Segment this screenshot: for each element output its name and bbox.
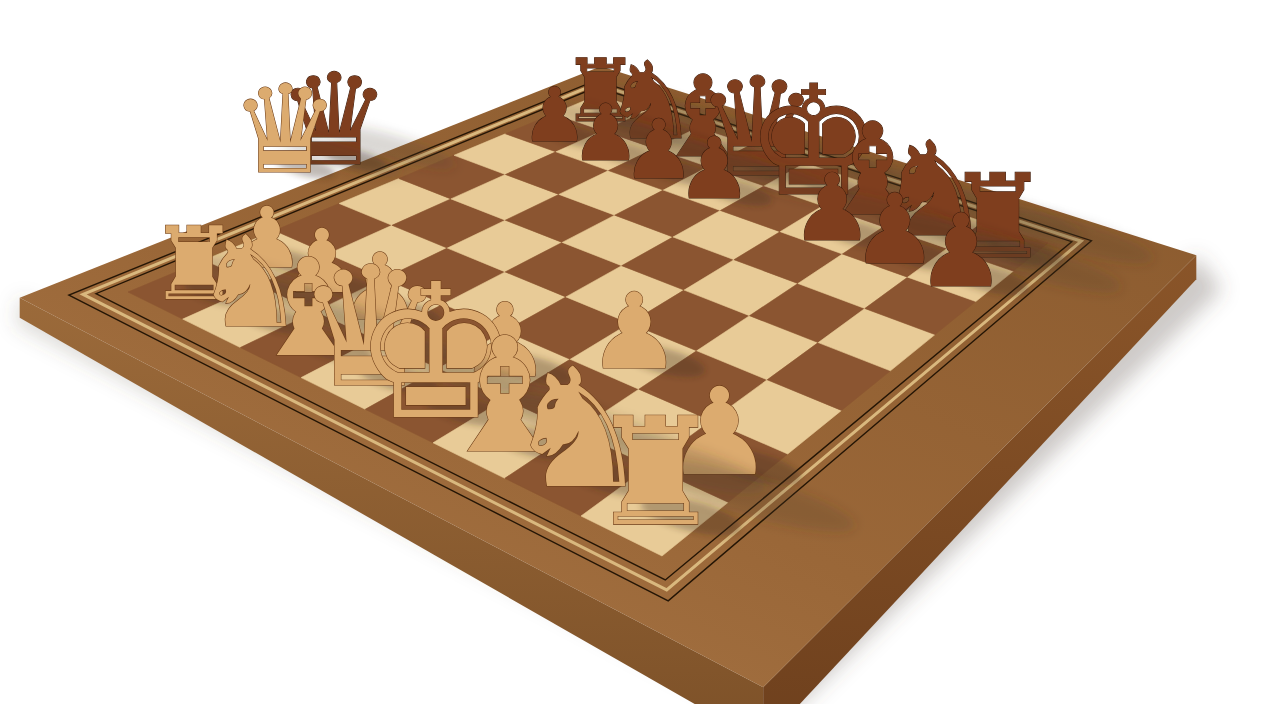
chess-scene-canvas: ♜♞♟♝♟♛♛♛♟♚♟♝♞♟♜♟♟♟♟♜♟♞♝♟♟♛♚♝♟♞♜ bbox=[0, 0, 1280, 704]
piece-black-pawn-h7[interactable]: ♟ bbox=[916, 192, 1007, 310]
chess-product-photo: ♜♞♟♝♟♛♛♛♟♚♟♝♞♟♜♟♟♟♟♜♟♞♝♟♟♛♚♝♟♞♜ bbox=[0, 0, 1280, 704]
piece-white-rook-h1[interactable]: ♜ bbox=[589, 386, 723, 559]
piece-white-extra-queen-border[interactable]: ♛ bbox=[230, 59, 339, 201]
piece-black-pawn-d7[interactable]: ♟ bbox=[676, 119, 752, 218]
